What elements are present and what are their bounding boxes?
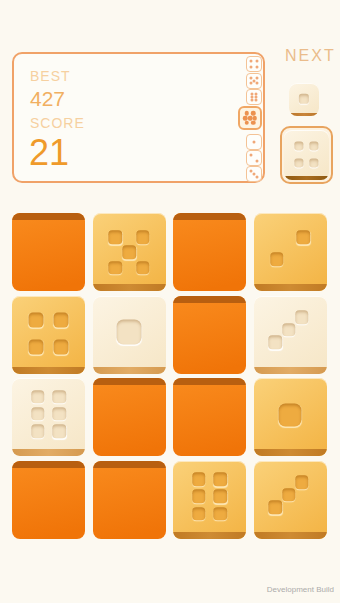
tile-top-edge [93, 461, 166, 468]
pip [310, 141, 319, 150]
tile-r3c2-empty[interactable] [93, 378, 166, 456]
pip [31, 424, 45, 438]
die-7-icon-current [238, 106, 262, 130]
pip [269, 501, 283, 515]
tile-top-edge [12, 213, 85, 220]
pip [282, 488, 296, 502]
tile-bottom-edge [254, 367, 327, 374]
tile-bottom-edge [173, 532, 246, 539]
tile-r2c3-empty[interactable] [173, 296, 246, 374]
pip [295, 311, 309, 325]
next-tile-primary-value-4 [284, 130, 329, 180]
tile-bottom-edge [93, 284, 166, 291]
tile-r4c4-value-3[interactable] [254, 461, 327, 539]
die-pip [255, 65, 258, 68]
pip [29, 312, 44, 327]
next-tile-secondary-slot [289, 83, 319, 116]
die-pip [255, 82, 258, 85]
tile-r1c4-value-2[interactable] [254, 213, 327, 291]
board-grid[interactable] [12, 213, 327, 539]
pip [29, 339, 44, 354]
pip [53, 407, 67, 421]
tile-top-edge [12, 461, 85, 468]
die-3-icon [246, 166, 262, 182]
die-pip [250, 154, 253, 157]
pip [294, 141, 303, 150]
tile-bottom-edge [254, 449, 327, 456]
die-pip [255, 76, 258, 79]
die-pip [250, 60, 253, 63]
pip [122, 245, 136, 259]
pip [136, 261, 150, 275]
pip [279, 403, 302, 426]
tile-r2c4-value-3[interactable] [254, 296, 327, 374]
pip [192, 472, 206, 486]
tile-r2c2-value-1[interactable] [93, 296, 166, 374]
die-pip [255, 159, 258, 162]
pip [53, 424, 67, 438]
tile-r4c3-value-6[interactable] [173, 461, 246, 539]
die-pip [250, 65, 253, 68]
tile-bottom-edge [12, 367, 85, 374]
pip [214, 472, 228, 486]
pip [269, 336, 283, 350]
die-pip [251, 111, 256, 116]
tile-r4c1-empty[interactable] [12, 461, 85, 539]
pip [108, 261, 122, 275]
pip [108, 230, 122, 244]
pip [117, 320, 142, 345]
tile-r1c1-empty[interactable] [12, 213, 85, 291]
pip [192, 507, 206, 521]
die-pip [255, 175, 258, 178]
pip [53, 312, 68, 327]
die-pip [253, 141, 256, 144]
tile-bottom-edge [254, 532, 327, 539]
rank-dice-column [14, 54, 263, 181]
pip [136, 230, 150, 244]
pip [295, 476, 309, 490]
tile-top-edge [173, 213, 246, 220]
pip [299, 93, 309, 103]
die-pip [244, 111, 249, 116]
pip [31, 407, 45, 421]
tile-r1c2-value-5[interactable] [93, 213, 166, 291]
tile-r3c3-empty[interactable] [173, 378, 246, 456]
tile-r4c2-empty[interactable] [93, 461, 166, 539]
pip [192, 490, 206, 504]
tile-top-edge [93, 378, 166, 385]
die-pip [250, 99, 253, 102]
hud-panel: BEST 427 SCORE 21 [12, 52, 265, 183]
pip [310, 158, 319, 167]
tile-r2c1-value-4[interactable] [12, 296, 85, 374]
tile-bottom-edge [12, 449, 85, 456]
tile-bottom-edge [254, 284, 327, 291]
pip [53, 339, 68, 354]
watermark-text: Development Build [267, 585, 334, 594]
pip [282, 323, 296, 337]
die-pip [251, 121, 256, 126]
die-pip [255, 99, 258, 102]
die-pip [255, 60, 258, 63]
tile-bottom-edge [289, 113, 319, 116]
die-1-icon [246, 134, 262, 150]
die-6-icon [246, 89, 262, 105]
tile-r3c1-value-6[interactable] [12, 378, 85, 456]
pip [294, 158, 303, 167]
pip [214, 507, 228, 521]
die-2-icon [246, 150, 262, 166]
pip [270, 252, 284, 266]
die-pip [244, 121, 249, 126]
pip [214, 490, 228, 504]
die-pip [250, 82, 253, 85]
tile-top-edge [173, 296, 246, 303]
tile-r3c4-value-1[interactable] [254, 378, 327, 456]
pip [31, 390, 45, 404]
pip [53, 390, 67, 404]
tile-bottom-edge [93, 367, 166, 374]
next-tile-primary-ring [280, 126, 333, 184]
pip [296, 230, 310, 244]
next-tile-secondary-value-1 [289, 83, 319, 116]
tile-r1c3-empty[interactable] [173, 213, 246, 291]
die-5-icon [246, 73, 262, 89]
tile-bottom-edge [284, 176, 329, 180]
die-4-icon [246, 56, 262, 72]
tile-top-edge [173, 378, 246, 385]
next-label: NEXT [285, 47, 336, 65]
